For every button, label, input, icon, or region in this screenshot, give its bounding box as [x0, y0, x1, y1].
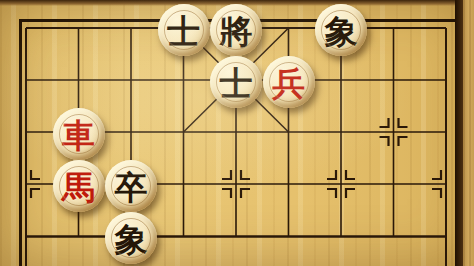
- piece-red-soldier[interactable]: 兵: [263, 56, 315, 108]
- xiangqi-board[interactable]: 士將象士兵車馬卒象: [0, 0, 474, 266]
- piece-red-chariot[interactable]: 車: [53, 108, 105, 160]
- piece-glyph: 車: [62, 117, 95, 152]
- piece-red-horse[interactable]: 馬: [53, 160, 105, 212]
- piece-glyph: 卒: [115, 169, 148, 204]
- piece-glyph: 馬: [62, 169, 95, 204]
- piece-black-advisor-1[interactable]: 士: [158, 4, 210, 56]
- piece-glyph: 士: [167, 13, 200, 48]
- pieces-layer: 士將象士兵車馬卒象: [26, 28, 446, 236]
- piece-black-soldier[interactable]: 卒: [105, 160, 157, 212]
- piece-glyph: 士: [220, 65, 253, 100]
- piece-black-advisor-2[interactable]: 士: [210, 56, 262, 108]
- piece-glyph: 象: [115, 221, 148, 256]
- piece-black-general[interactable]: 將: [210, 4, 262, 56]
- piece-black-elephant-1[interactable]: 象: [315, 4, 367, 56]
- piece-black-elephant-2[interactable]: 象: [105, 212, 157, 264]
- piece-glyph: 象: [325, 13, 358, 48]
- piece-glyph: 兵: [272, 65, 305, 100]
- piece-glyph: 將: [220, 13, 253, 48]
